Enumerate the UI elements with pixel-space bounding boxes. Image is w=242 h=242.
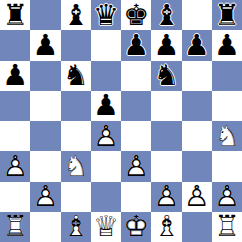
black-pawn-glyph: ♟ [151,30,181,60]
black-pawn[interactable]: ♟ [121,30,151,60]
square-a7[interactable] [0,30,30,60]
square-b1[interactable] [30,212,60,242]
white-pawn[interactable]: ♟♙ [212,182,242,212]
white-pawn-outline-glyph: ♙ [121,151,151,181]
black-pawn[interactable]: ♟ [212,30,242,60]
square-g5[interactable] [182,91,212,121]
square-a4[interactable] [0,121,30,151]
white-pawn-outline-glyph: ♙ [151,182,181,212]
white-rook-outline-glyph: ♖ [0,212,30,242]
square-e7[interactable]: ♟ [121,30,151,60]
square-c8[interactable]: ♝ [61,0,91,30]
white-pawn-outline-glyph: ♙ [91,121,121,151]
square-f8[interactable]: ♝ [151,0,181,30]
square-d3[interactable] [91,151,121,181]
square-a1[interactable]: ♜♖ [0,212,30,242]
square-c1[interactable]: ♝♗ [61,212,91,242]
white-bishop-outline-glyph: ♗ [61,212,91,242]
square-h3[interactable] [212,151,242,181]
black-pawn[interactable]: ♟ [0,61,30,91]
white-king[interactable]: ♚♔ [121,212,151,242]
square-f2[interactable]: ♟♙ [151,182,181,212]
square-c7[interactable] [61,30,91,60]
square-e4[interactable] [121,121,151,151]
square-a5[interactable] [0,91,30,121]
white-pawn[interactable]: ♟♙ [151,182,181,212]
white-bishop[interactable]: ♝♗ [61,212,91,242]
white-pawn-outline-glyph: ♙ [0,151,30,181]
square-d8[interactable]: ♛ [91,0,121,30]
square-d6[interactable] [91,61,121,91]
black-pawn[interactable]: ♟ [182,30,212,60]
white-rook-outline-glyph: ♖ [212,212,242,242]
square-g4[interactable] [182,121,212,151]
square-h1[interactable]: ♜♖ [212,212,242,242]
square-a8[interactable]: ♜ [0,0,30,30]
square-c4[interactable] [61,121,91,151]
square-g7[interactable]: ♟ [182,30,212,60]
black-rook-glyph: ♜ [0,0,30,30]
black-pawn[interactable]: ♟ [91,91,121,121]
black-pawn-glyph: ♟ [121,30,151,60]
black-rook[interactable]: ♜ [0,0,30,30]
square-g3[interactable] [182,151,212,181]
black-king-glyph: ♚ [121,0,151,30]
square-a2[interactable] [0,182,30,212]
white-pawn[interactable]: ♟♙ [0,151,30,181]
square-g8[interactable] [182,0,212,30]
square-d5[interactable]: ♟ [91,91,121,121]
square-h7[interactable]: ♟ [212,30,242,60]
square-a6[interactable]: ♟ [0,61,30,91]
square-b8[interactable] [30,0,60,30]
square-c3[interactable]: ♞♘ [61,151,91,181]
square-b6[interactable] [30,61,60,91]
black-pawn-glyph: ♟ [182,30,212,60]
white-bishop[interactable]: ♝♗ [151,212,181,242]
square-d4[interactable]: ♟♙ [91,121,121,151]
square-f6[interactable]: ♞ [151,61,181,91]
white-rook[interactable]: ♜♖ [212,212,242,242]
white-pawn[interactable]: ♟♙ [182,182,212,212]
square-e1[interactable]: ♚♔ [121,212,151,242]
square-h8[interactable]: ♜ [212,0,242,30]
square-f3[interactable] [151,151,181,181]
white-pawn-outline-glyph: ♙ [30,182,60,212]
square-e2[interactable] [121,182,151,212]
black-pawn-glyph: ♟ [30,30,60,60]
black-queen[interactable]: ♛ [91,0,121,30]
square-e5[interactable] [121,91,151,121]
black-knight[interactable]: ♞ [151,61,181,91]
black-bishop[interactable]: ♝ [61,0,91,30]
square-b2[interactable]: ♟♙ [30,182,60,212]
square-b4[interactable] [30,121,60,151]
square-a3[interactable]: ♟♙ [0,151,30,181]
square-d2[interactable] [91,182,121,212]
square-h6[interactable] [212,61,242,91]
square-e6[interactable] [121,61,151,91]
square-f4[interactable] [151,121,181,151]
square-c2[interactable] [61,182,91,212]
square-g6[interactable] [182,61,212,91]
square-g1[interactable] [182,212,212,242]
black-pawn[interactable]: ♟ [151,30,181,60]
black-pawn-glyph: ♟ [212,30,242,60]
black-knight-glyph: ♞ [151,61,181,91]
square-c5[interactable] [61,91,91,121]
white-pawn[interactable]: ♟♙ [121,151,151,181]
black-rook[interactable]: ♜ [212,0,242,30]
black-king[interactable]: ♚ [121,0,151,30]
black-knight[interactable]: ♞ [61,61,91,91]
black-rook-glyph: ♜ [212,0,242,30]
square-b3[interactable] [30,151,60,181]
black-bishop-glyph: ♝ [61,0,91,30]
white-king-outline-glyph: ♔ [121,212,151,242]
white-knight-outline-glyph: ♘ [61,151,91,181]
white-bishop-outline-glyph: ♗ [151,212,181,242]
black-pawn-glyph: ♟ [0,61,30,91]
black-pawn[interactable]: ♟ [30,30,60,60]
white-pawn[interactable]: ♟♙ [30,182,60,212]
white-queen-outline-glyph: ♕ [91,212,121,242]
square-f1[interactable]: ♝♗ [151,212,181,242]
white-rook[interactable]: ♜♖ [0,212,30,242]
square-d1[interactable]: ♛♕ [91,212,121,242]
square-c6[interactable]: ♞ [61,61,91,91]
white-knight[interactable]: ♞♘ [61,151,91,181]
white-pawn[interactable]: ♟♙ [91,121,121,151]
chess-board: ♜♝♛♚♝♜♟♟♟♟♟♟♞♞♟♟♙♞♘♟♙♞♘♟♙♟♙♟♙♟♙♟♙♜♖♝♗♛♕♚… [0,0,242,242]
white-knight-outline-glyph: ♘ [212,121,242,151]
black-pawn-glyph: ♟ [91,91,121,121]
square-e8[interactable]: ♚ [121,0,151,30]
black-queen-glyph: ♛ [91,0,121,30]
square-b5[interactable] [30,91,60,121]
white-pawn-outline-glyph: ♙ [212,182,242,212]
white-pawn-outline-glyph: ♙ [182,182,212,212]
square-e3[interactable]: ♟♙ [121,151,151,181]
white-queen[interactable]: ♛♕ [91,212,121,242]
black-bishop-glyph: ♝ [151,0,181,30]
white-knight[interactable]: ♞♘ [212,121,242,151]
square-h5[interactable] [212,91,242,121]
square-b7[interactable]: ♟ [30,30,60,60]
black-knight-glyph: ♞ [61,61,91,91]
square-h2[interactable]: ♟♙ [212,182,242,212]
square-h4[interactable]: ♞♘ [212,121,242,151]
square-f5[interactable] [151,91,181,121]
black-bishop[interactable]: ♝ [151,0,181,30]
square-g2[interactable]: ♟♙ [182,182,212,212]
square-f7[interactable]: ♟ [151,30,181,60]
square-d7[interactable] [91,30,121,60]
